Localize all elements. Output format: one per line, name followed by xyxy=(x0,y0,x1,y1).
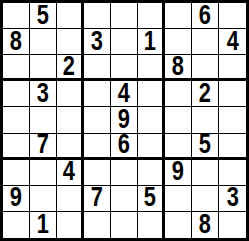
cell-r1c7[interactable] xyxy=(165,3,192,29)
cell-r8c3[interactable] xyxy=(57,186,84,212)
sudoku-board: 56831428342976549975318 xyxy=(0,0,249,241)
given-digit: 1 xyxy=(144,29,156,55)
cell-r7c5[interactable] xyxy=(111,160,138,186)
cell-r1c6[interactable] xyxy=(138,3,165,29)
given-digit: 9 xyxy=(10,186,22,212)
cell-r8c1: 9 xyxy=(3,186,30,212)
cell-r1c8: 6 xyxy=(192,3,219,29)
cell-r4c8: 2 xyxy=(192,81,219,107)
given-digit: 4 xyxy=(226,29,238,55)
cell-r6c2: 7 xyxy=(30,134,57,160)
cell-r9c4[interactable] xyxy=(84,212,111,238)
cell-r2c9: 4 xyxy=(219,29,246,55)
cell-r5c3[interactable] xyxy=(57,107,84,133)
given-digit: 9 xyxy=(172,160,184,186)
cell-r6c1[interactable] xyxy=(3,134,30,160)
cell-r2c8[interactable] xyxy=(192,29,219,55)
cell-r2c6: 1 xyxy=(138,29,165,55)
cell-r3c8[interactable] xyxy=(192,55,219,81)
given-digit: 3 xyxy=(91,29,103,55)
given-digit: 8 xyxy=(10,29,22,55)
cell-r9c9[interactable] xyxy=(219,212,246,238)
cell-r8c7[interactable] xyxy=(165,186,192,212)
cell-r6c8: 5 xyxy=(192,134,219,160)
cell-r8c5[interactable] xyxy=(111,186,138,212)
cell-r4c7[interactable] xyxy=(165,81,192,107)
cell-r7c6[interactable] xyxy=(138,160,165,186)
given-digit: 4 xyxy=(118,81,130,107)
given-digit: 2 xyxy=(199,81,211,107)
cell-r5c2[interactable] xyxy=(30,107,57,133)
cell-r9c3[interactable] xyxy=(57,212,84,238)
cell-r2c2[interactable] xyxy=(30,29,57,55)
cell-r5c5: 9 xyxy=(111,107,138,133)
cell-r7c1[interactable] xyxy=(3,160,30,186)
given-digit: 1 xyxy=(37,212,49,238)
given-digit: 9 xyxy=(118,107,130,133)
given-digit: 3 xyxy=(226,186,238,212)
cell-r7c2[interactable] xyxy=(30,160,57,186)
cell-r8c4: 7 xyxy=(84,186,111,212)
given-digit: 2 xyxy=(63,55,75,80)
given-digit: 7 xyxy=(37,134,49,159)
given-digit: 8 xyxy=(199,212,211,238)
cell-r8c9: 3 xyxy=(219,186,246,212)
cell-r4c2: 3 xyxy=(30,81,57,107)
cell-r6c3[interactable] xyxy=(57,134,84,160)
cell-r6c6[interactable] xyxy=(138,134,165,160)
cell-r3c4[interactable] xyxy=(84,55,111,81)
cell-r7c3: 4 xyxy=(57,160,84,186)
cell-r3c5[interactable] xyxy=(111,55,138,81)
cell-r7c8[interactable] xyxy=(192,160,219,186)
cell-r1c1[interactable] xyxy=(3,3,30,29)
cell-r5c8[interactable] xyxy=(192,107,219,133)
cell-r2c1: 8 xyxy=(3,29,30,55)
cell-r7c7: 9 xyxy=(165,160,192,186)
cell-r3c1[interactable] xyxy=(3,55,30,81)
cell-r1c3[interactable] xyxy=(57,3,84,29)
cell-r9c6[interactable] xyxy=(138,212,165,238)
given-digit: 5 xyxy=(37,3,49,29)
cell-r4c3[interactable] xyxy=(57,81,84,107)
cell-r2c5[interactable] xyxy=(111,29,138,55)
cell-r1c4[interactable] xyxy=(84,3,111,29)
cell-r5c7[interactable] xyxy=(165,107,192,133)
cell-r4c4[interactable] xyxy=(84,81,111,107)
cell-r9c8: 8 xyxy=(192,212,219,238)
cell-r4c9[interactable] xyxy=(219,81,246,107)
cell-r7c9[interactable] xyxy=(219,160,246,186)
cell-r5c6[interactable] xyxy=(138,107,165,133)
cell-r9c7[interactable] xyxy=(165,212,192,238)
cell-r5c1[interactable] xyxy=(3,107,30,133)
cell-r5c9[interactable] xyxy=(219,107,246,133)
given-digit: 3 xyxy=(37,81,49,107)
given-digit: 6 xyxy=(199,3,211,29)
cell-r8c6: 5 xyxy=(138,186,165,212)
cell-r6c7[interactable] xyxy=(165,134,192,160)
given-digit: 5 xyxy=(199,134,211,159)
cell-r3c9[interactable] xyxy=(219,55,246,81)
cell-r6c9[interactable] xyxy=(219,134,246,160)
cell-r1c2: 5 xyxy=(30,3,57,29)
given-digit: 7 xyxy=(91,186,103,212)
cell-r3c2[interactable] xyxy=(30,55,57,81)
cell-r9c2: 1 xyxy=(30,212,57,238)
given-digit: 4 xyxy=(63,160,75,186)
cell-r8c2[interactable] xyxy=(30,186,57,212)
cell-r4c5: 4 xyxy=(111,81,138,107)
cell-r7c4[interactable] xyxy=(84,160,111,186)
cell-r9c5[interactable] xyxy=(111,212,138,238)
cell-r8c8[interactable] xyxy=(192,186,219,212)
cell-r5c4[interactable] xyxy=(84,107,111,133)
cell-r2c4: 3 xyxy=(84,29,111,55)
cell-r2c7[interactable] xyxy=(165,29,192,55)
cell-r4c1[interactable] xyxy=(3,81,30,107)
sudoku-page: 56831428342976549975318 xyxy=(0,0,249,241)
cell-r3c6[interactable] xyxy=(138,55,165,81)
cell-r1c5[interactable] xyxy=(111,3,138,29)
cell-r6c4[interactable] xyxy=(84,134,111,160)
given-digit: 6 xyxy=(118,134,130,159)
given-digit: 8 xyxy=(172,55,184,80)
cell-r3c7: 8 xyxy=(165,55,192,81)
given-digit: 5 xyxy=(144,186,156,212)
cell-r4c6[interactable] xyxy=(138,81,165,107)
cell-r2c3[interactable] xyxy=(57,29,84,55)
cell-r6c5: 6 xyxy=(111,134,138,160)
cell-r1c9[interactable] xyxy=(219,3,246,29)
cell-r3c3: 2 xyxy=(57,55,84,81)
cell-r9c1[interactable] xyxy=(3,212,30,238)
